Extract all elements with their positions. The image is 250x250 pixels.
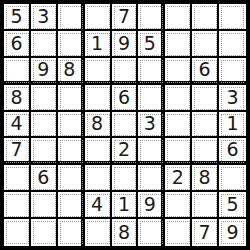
cell-r9c8[interactable]: 7 — [192, 219, 219, 246]
cell-r3c7[interactable] — [165, 58, 192, 85]
cell-r8c2[interactable] — [31, 192, 58, 219]
cell-r9c3[interactable] — [58, 219, 85, 246]
cell-r8c4[interactable]: 4 — [85, 192, 112, 219]
cell-r4c1[interactable]: 8 — [4, 85, 31, 112]
cell-r8c9[interactable]: 5 — [219, 192, 246, 219]
cell-r7c9[interactable] — [219, 165, 246, 192]
cell-r8c3[interactable] — [58, 192, 85, 219]
cell-r4c3[interactable] — [58, 85, 85, 112]
cell-r8c8[interactable] — [192, 192, 219, 219]
sudoku-puzzle: 537619598686348317266284195879 — [0, 0, 250, 250]
cell-r6c4[interactable] — [85, 138, 112, 165]
cell-r9c6[interactable] — [138, 219, 165, 246]
cell-r5c5[interactable] — [112, 112, 139, 139]
cell-r5c6[interactable]: 3 — [138, 112, 165, 139]
cell-r4c4[interactable] — [85, 85, 112, 112]
cell-r9c4[interactable] — [85, 219, 112, 246]
cell-r1c8[interactable] — [192, 4, 219, 31]
cell-r6c1[interactable]: 7 — [4, 138, 31, 165]
cell-r2c7[interactable] — [165, 31, 192, 58]
cell-r9c7[interactable] — [165, 219, 192, 246]
cell-r5c4[interactable]: 8 — [85, 112, 112, 139]
cell-r6c5[interactable]: 2 — [112, 138, 139, 165]
cell-r3c9[interactable] — [219, 58, 246, 85]
cell-r6c9[interactable]: 6 — [219, 138, 246, 165]
cell-r3c1[interactable] — [4, 58, 31, 85]
cell-r7c3[interactable] — [58, 165, 85, 192]
cell-r6c3[interactable] — [58, 138, 85, 165]
cell-r6c6[interactable] — [138, 138, 165, 165]
cell-r1c9[interactable] — [219, 4, 246, 31]
cell-r6c7[interactable] — [165, 138, 192, 165]
cell-r8c7[interactable] — [165, 192, 192, 219]
cell-r8c6[interactable]: 9 — [138, 192, 165, 219]
cell-r1c5[interactable]: 7 — [112, 4, 139, 31]
cell-r2c5[interactable]: 9 — [112, 31, 139, 58]
cell-r7c5[interactable] — [112, 165, 139, 192]
cell-r7c8[interactable]: 8 — [192, 165, 219, 192]
cell-r2c8[interactable] — [192, 31, 219, 58]
cell-r3c8[interactable]: 6 — [192, 58, 219, 85]
cell-r7c2[interactable]: 6 — [31, 165, 58, 192]
cell-r3c5[interactable] — [112, 58, 139, 85]
cell-r3c3[interactable]: 8 — [58, 58, 85, 85]
cell-r4c2[interactable] — [31, 85, 58, 112]
cell-r7c1[interactable] — [4, 165, 31, 192]
cell-r1c3[interactable] — [58, 4, 85, 31]
cell-r5c7[interactable] — [165, 112, 192, 139]
cell-r2c2[interactable] — [31, 31, 58, 58]
cell-r2c4[interactable]: 1 — [85, 31, 112, 58]
cell-r4c7[interactable] — [165, 85, 192, 112]
cell-r7c7[interactable]: 2 — [165, 165, 192, 192]
cell-r5c1[interactable]: 4 — [4, 112, 31, 139]
cell-r6c2[interactable] — [31, 138, 58, 165]
cell-r4c8[interactable] — [192, 85, 219, 112]
cell-r4c6[interactable] — [138, 85, 165, 112]
cell-r1c7[interactable] — [165, 4, 192, 31]
cell-r7c4[interactable] — [85, 165, 112, 192]
cell-r3c6[interactable] — [138, 58, 165, 85]
cell-r9c5[interactable]: 8 — [112, 219, 139, 246]
cell-r2c9[interactable] — [219, 31, 246, 58]
cell-r9c2[interactable] — [31, 219, 58, 246]
cell-r3c2[interactable]: 9 — [31, 58, 58, 85]
cell-r4c9[interactable]: 3 — [219, 85, 246, 112]
cell-r2c6[interactable]: 5 — [138, 31, 165, 58]
cell-r7c6[interactable] — [138, 165, 165, 192]
cell-r5c8[interactable] — [192, 112, 219, 139]
cell-r1c2[interactable]: 3 — [31, 4, 58, 31]
cell-r2c1[interactable]: 6 — [4, 31, 31, 58]
cell-r8c1[interactable] — [4, 192, 31, 219]
cell-r1c1[interactable]: 5 — [4, 4, 31, 31]
cell-r5c9[interactable]: 1 — [219, 112, 246, 139]
cell-r5c2[interactable] — [31, 112, 58, 139]
sudoku-board: 537619598686348317266284195879 — [0, 0, 250, 250]
cell-r2c3[interactable] — [58, 31, 85, 58]
cell-r1c6[interactable] — [138, 4, 165, 31]
cell-r4c5[interactable]: 6 — [112, 85, 139, 112]
cell-r6c8[interactable] — [192, 138, 219, 165]
cell-r3c4[interactable] — [85, 58, 112, 85]
cell-r1c4[interactable] — [85, 4, 112, 31]
cell-r8c5[interactable]: 1 — [112, 192, 139, 219]
cell-r5c3[interactable] — [58, 112, 85, 139]
cell-r9c1[interactable] — [4, 219, 31, 246]
cell-r9c9[interactable]: 9 — [219, 219, 246, 246]
